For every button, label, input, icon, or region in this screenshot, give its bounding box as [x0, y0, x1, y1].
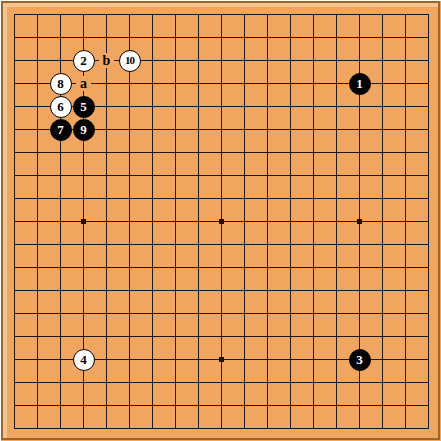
stone-number: 10	[125, 55, 134, 66]
stone-number: 9	[80, 123, 87, 136]
stone-black-9: 9	[73, 119, 95, 141]
stone-number: 1	[356, 77, 363, 90]
stone-number: 4	[80, 353, 87, 366]
stone-white-10: 10	[119, 50, 141, 72]
stone-black-5: 5	[73, 96, 95, 118]
stone-number: 5	[80, 100, 87, 113]
stone-number: 8	[57, 77, 64, 90]
stone-white-4: 4	[73, 349, 95, 371]
point-label-b: b	[99, 53, 114, 68]
star-point	[357, 219, 362, 224]
stone-number: 2	[80, 54, 87, 67]
star-point	[219, 357, 224, 362]
stone-number: 6	[57, 100, 64, 113]
star-point	[81, 219, 86, 224]
stone-black-1: 1	[349, 73, 371, 95]
stone-white-8: 8	[50, 73, 72, 95]
star-point	[219, 219, 224, 224]
stone-black-7: 7	[50, 119, 72, 141]
go-board: 12345678910ab	[0, 0, 441, 441]
stone-number: 3	[356, 353, 363, 366]
stone-black-3: 3	[349, 349, 371, 371]
stone-white-6: 6	[50, 96, 72, 118]
stone-number: 7	[57, 123, 64, 136]
stone-white-2: 2	[73, 50, 95, 72]
point-label-a: a	[76, 76, 91, 91]
